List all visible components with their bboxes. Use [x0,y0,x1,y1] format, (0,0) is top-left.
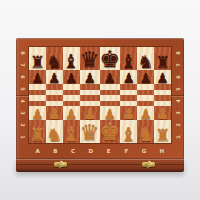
rank-label-left-1: 1 [17,131,29,144]
file-label-g: G [136,143,154,159]
piece-black-pawn: ♟ [48,71,61,85]
piece-white-knight: ♞ [46,126,62,144]
piece-black-pawn: ♟ [122,71,135,85]
square-e1: ♚ [100,120,121,143]
piece-black-pawn: ♟ [104,71,117,85]
square-a2: ♟ [29,106,46,120]
square-c8: ♝ [63,47,80,70]
piece-black-pawn: ♟ [83,71,96,85]
photo-background: ♜♞♝♛♚♝♞♜♟♟♟♟♟♟♟♟♟♟♟♟♟♟♟♟♜♞♝♛♚♝♞♜ 8765432… [0,0,200,200]
square-h1: ♜ [154,120,171,143]
folding-chess-set-box: ♜♞♝♛♚♝♞♜♟♟♟♟♟♟♟♟♟♟♟♟♟♟♟♟♜♞♝♛♚♝♞♜ 8765432… [16,38,184,172]
piece-white-bishop: ♝ [63,125,80,144]
rank-labels-right: 87654321 [171,47,184,143]
square-b2: ♟ [46,106,63,120]
square-g7: ♟ [137,70,154,84]
square-f7: ♟ [120,70,137,84]
piece-white-pawn: ♟ [31,107,44,121]
file-label-f: F [118,143,136,159]
square-h2: ♟ [154,106,171,120]
square-c1: ♝ [63,120,80,143]
square-e8: ♚ [100,47,121,70]
square-e7: ♟ [100,70,121,84]
square-h7: ♟ [154,70,171,84]
piece-white-bishop: ♝ [120,125,137,144]
piece-black-pawn: ♟ [31,71,44,85]
piece-white-pawn: ♟ [139,107,152,121]
file-label-e: E [100,143,118,159]
square-f2: ♟ [120,106,137,120]
piece-black-king: ♚ [100,48,121,71]
rank-label-right-1: 1 [172,131,184,144]
chess-board: ♜♞♝♛♚♝♞♜♟♟♟♟♟♟♟♟♟♟♟♟♟♟♟♟♜♞♝♛♚♝♞♜ [29,47,171,143]
piece-white-pawn: ♟ [83,107,96,121]
piece-white-pawn: ♟ [156,107,169,121]
piece-black-pawn: ♟ [139,71,152,85]
file-label-a: A [29,143,47,159]
file-label-c: C [65,143,83,159]
square-f8: ♝ [120,47,137,70]
piece-white-rook: ♜ [155,127,170,144]
piece-black-rook: ♜ [155,54,170,71]
square-a1: ♜ [29,120,46,143]
piece-black-bishop: ♝ [63,52,80,71]
square-b8: ♞ [46,47,63,70]
piece-black-pawn: ♟ [65,71,78,85]
piece-black-knight: ♞ [138,53,154,71]
square-g1: ♞ [137,120,154,143]
box-front-edge [16,159,184,172]
square-c2: ♟ [63,106,80,120]
square-d1: ♛ [80,120,100,143]
square-f1: ♝ [120,120,137,143]
brass-clasp-left-icon [54,162,67,167]
square-d2: ♟ [80,106,100,120]
file-labels-bottom: ABCDEFGH [29,143,171,159]
piece-black-rook: ♜ [30,54,45,71]
square-c7: ♟ [63,70,80,84]
square-d7: ♟ [80,70,100,84]
piece-white-queen: ♛ [80,122,100,144]
piece-white-pawn: ♟ [48,107,61,121]
square-e2: ♟ [100,106,121,120]
file-label-d: D [82,143,100,159]
square-a8: ♜ [29,47,46,70]
square-g2: ♟ [137,106,154,120]
brass-clasp-right-icon [142,162,155,167]
square-a7: ♟ [29,70,46,84]
piece-white-knight: ♞ [138,126,154,144]
board-frame: ♜♞♝♛♚♝♞♜♟♟♟♟♟♟♟♟♟♟♟♟♟♟♟♟♜♞♝♛♚♝♞♜ 8765432… [16,38,184,159]
square-b7: ♟ [46,70,63,84]
piece-white-pawn: ♟ [122,107,135,121]
file-label-b: B [47,143,65,159]
piece-black-queen: ♛ [80,49,100,71]
square-b1: ♞ [46,120,63,143]
square-g8: ♞ [137,47,154,70]
square-d8: ♛ [80,47,100,70]
piece-white-pawn: ♟ [65,107,78,121]
piece-white-king: ♚ [100,121,121,144]
piece-black-knight: ♞ [46,53,62,71]
piece-white-rook: ♜ [30,127,45,144]
file-label-h: H [153,143,171,159]
piece-black-pawn: ♟ [156,71,169,85]
square-h8: ♜ [154,47,171,70]
piece-black-bishop: ♝ [120,52,137,71]
rank-labels-left: 87654321 [16,47,29,143]
